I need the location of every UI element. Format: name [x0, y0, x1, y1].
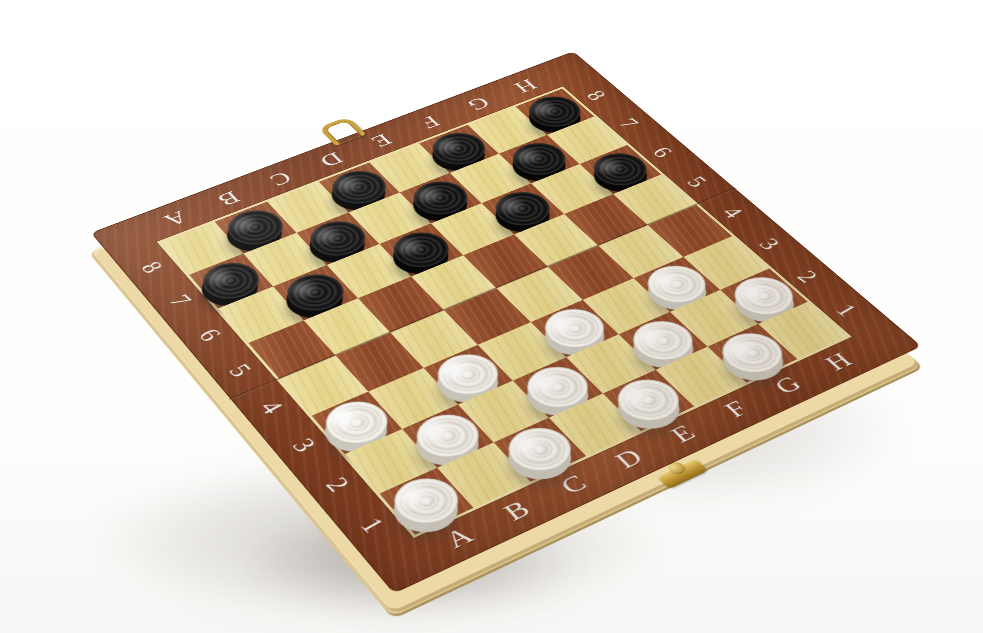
white-checker[interactable]: [405, 407, 491, 466]
square-a1[interactable]: [379, 468, 473, 535]
square-d1[interactable]: [549, 394, 641, 457]
square-g2[interactable]: [670, 290, 758, 347]
square-c1[interactable]: [494, 418, 587, 482]
square-c3[interactable]: [424, 345, 513, 405]
square-g1[interactable]: [707, 324, 797, 383]
square-d2[interactable]: [513, 357, 603, 417]
square-a4[interactable]: [279, 355, 368, 415]
white-checker[interactable]: [534, 302, 616, 356]
square-b4[interactable]: [335, 333, 423, 392]
square-c4[interactable]: [390, 310, 477, 368]
product-photo-scene: ABCDEFGH ABCDEFGH 87654321 87654321: [0, 0, 983, 633]
square-d3[interactable]: [478, 322, 566, 381]
square-a5[interactable]: [248, 320, 335, 378]
white-checker[interactable]: [315, 394, 400, 452]
square-a3[interactable]: [312, 392, 402, 454]
square-e3[interactable]: [531, 300, 619, 357]
white-checker[interactable]: [710, 326, 794, 381]
square-d4[interactable]: [444, 288, 531, 345]
square-a6[interactable]: [218, 286, 304, 343]
square-h1[interactable]: [758, 302, 847, 359]
white-checker[interactable]: [382, 470, 470, 533]
square-e1[interactable]: [603, 370, 694, 431]
square-f1[interactable]: [656, 347, 747, 407]
white-checker[interactable]: [516, 359, 600, 416]
square-b2[interactable]: [402, 405, 494, 468]
square-f2[interactable]: [619, 312, 708, 370]
square-b3[interactable]: [368, 368, 458, 429]
white-checker[interactable]: [426, 347, 509, 403]
square-b5[interactable]: [304, 298, 390, 355]
square-b1[interactable]: [437, 442, 530, 507]
square-a2[interactable]: [345, 429, 437, 494]
white-checker[interactable]: [497, 420, 584, 480]
white-checker[interactable]: [606, 372, 691, 429]
square-c2[interactable]: [458, 381, 549, 443]
rank-label: 1: [805, 284, 887, 336]
white-checker[interactable]: [621, 314, 704, 368]
square-e2[interactable]: [566, 334, 656, 393]
